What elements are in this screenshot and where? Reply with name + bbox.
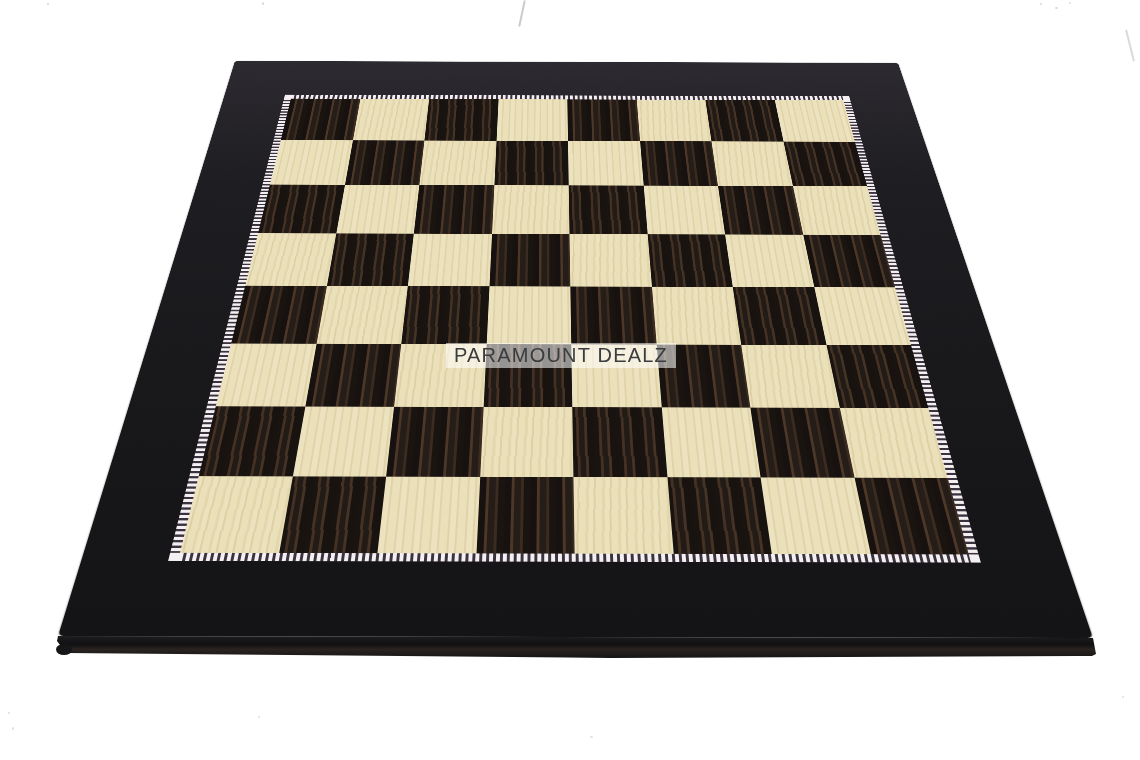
scratch-mark [518,0,526,27]
square-b4 [316,286,408,344]
watermark: PARAMOUNT DEALZ [446,343,676,368]
board-foot [56,644,72,655]
chessboard [180,99,969,555]
square-b7 [345,140,425,185]
square-d4 [486,286,571,344]
square-a6 [258,185,345,234]
square-b1 [279,476,386,553]
square-f8 [636,100,711,142]
square-b3 [305,343,401,406]
square-f5 [647,234,732,287]
rope-corner [969,554,981,562]
square-e7 [568,141,643,186]
square-d5 [489,234,570,287]
square-g1 [761,477,871,554]
square-h5 [803,234,895,287]
dust-speck [262,2,264,5]
square-a3 [216,343,316,406]
rope-border-bottom [168,553,981,563]
square-h4 [814,287,911,345]
square-e4 [570,287,656,345]
scratch-mark [1125,29,1135,62]
square-c4 [401,286,489,344]
square-e1 [573,477,673,554]
dust-speck [1040,3,1042,5]
dust-speck [47,3,49,5]
product-photo: PARAMOUNT DEALZ [0,0,1140,760]
square-h8 [774,100,854,142]
square-h3 [826,345,928,408]
square-c7 [419,140,496,185]
square-c8 [424,99,498,141]
square-d6 [492,185,570,234]
square-a4 [231,286,326,344]
square-c1 [377,476,479,553]
square-a2 [199,406,305,476]
square-a7 [270,140,353,185]
square-c2 [386,407,483,477]
square-f2 [661,407,760,477]
square-e5 [569,234,651,287]
square-a5 [245,233,336,286]
square-c5 [408,233,492,286]
square-g2 [750,408,854,478]
square-d8 [496,99,568,141]
square-g6 [718,186,803,235]
square-d1 [476,476,575,553]
dust-speck [258,716,260,718]
square-h6 [793,186,881,235]
dust-speck [1122,696,1124,698]
square-g5 [725,234,814,287]
rope-corner [168,553,180,561]
square-h7 [783,141,867,186]
square-h2 [839,408,947,478]
square-f1 [667,477,772,554]
square-b2 [292,407,394,477]
square-b6 [336,185,419,234]
square-b5 [327,233,414,286]
square-e6 [569,185,648,234]
square-g3 [741,344,839,407]
square-d7 [494,141,569,186]
square-a8 [281,99,360,141]
square-g7 [711,141,792,186]
dust-speck [590,736,593,738]
square-f7 [640,141,718,186]
square-f6 [643,186,725,235]
dust-speck [12,727,14,730]
square-g4 [733,287,826,345]
square-b8 [353,99,430,141]
square-g8 [705,100,783,142]
square-e2 [572,407,667,477]
square-d2 [480,407,574,477]
dust-speck [1055,7,1058,9]
square-f4 [652,287,742,345]
square-c6 [414,185,494,234]
dust-speck [8,712,10,714]
square-e8 [567,99,639,141]
dust-speck [1069,2,1071,4]
square-a1 [180,476,293,553]
